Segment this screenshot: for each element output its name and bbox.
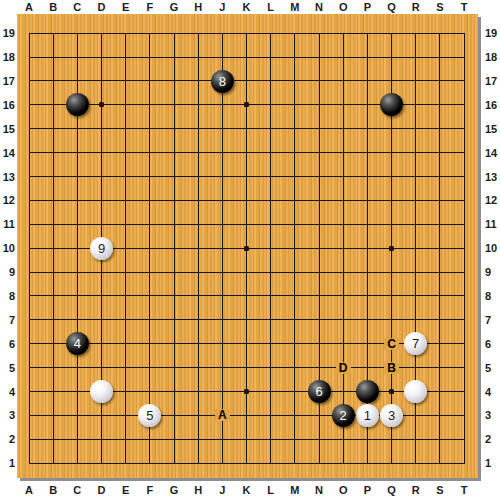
grid-line-vertical [270,33,271,463]
coord-top-O: O [333,1,353,14]
go-board[interactable]: 123456789ABCD [17,14,478,478]
grid-line-horizontal [29,439,465,440]
coord-bottom-T: T [454,484,474,497]
grid-line-horizontal [29,367,465,368]
star-point [244,102,249,107]
coord-bottom-G: G [164,484,184,497]
coord-left-12: 12 [1,194,15,206]
coord-right-17: 17 [485,75,499,87]
coord-left-1: 1 [1,457,15,469]
grid-line-horizontal [29,463,465,464]
board-label-D: D [336,362,351,374]
star-point [389,389,394,394]
stone-black-P4 [356,380,379,403]
coord-left-2: 2 [1,433,15,445]
coord-top-B: B [43,1,63,14]
coord-top-H: H [188,1,208,14]
coord-bottom-P: P [357,484,377,497]
grid-line-vertical [464,33,465,463]
coord-left-17: 17 [1,75,15,87]
coord-left-3: 3 [1,409,15,421]
coord-right-9: 9 [485,266,499,278]
coord-bottom-B: B [43,484,63,497]
coord-top-E: E [116,1,136,14]
coord-left-5: 5 [1,362,15,374]
coord-left-13: 13 [1,171,15,183]
coord-left-6: 6 [1,338,15,350]
coord-right-4: 4 [485,386,499,398]
coord-top-Q: Q [382,1,402,14]
coord-left-11: 11 [1,218,15,230]
coord-bottom-Q: Q [382,484,402,497]
stone-white-P3: 1 [356,404,379,427]
coord-top-J: J [212,1,232,14]
coord-top-M: M [285,1,305,14]
coord-bottom-M: M [285,484,305,497]
star-point [244,389,249,394]
coord-top-T: T [454,1,474,14]
coord-left-10: 10 [1,242,15,254]
stone-white-F3: 5 [138,404,161,427]
coord-right-11: 11 [485,218,499,230]
coord-bottom-C: C [67,484,87,497]
stone-black-J17: 8 [211,70,234,93]
coord-right-3: 3 [485,409,499,421]
coord-right-1: 1 [485,457,499,469]
coord-top-G: G [164,1,184,14]
coord-left-4: 4 [1,386,15,398]
coord-left-16: 16 [1,99,15,111]
coord-bottom-A: A [19,484,39,497]
coord-left-18: 18 [1,51,15,63]
coord-top-C: C [67,1,87,14]
coord-top-S: S [430,1,450,14]
coord-right-6: 6 [485,338,499,350]
coord-right-16: 16 [485,99,499,111]
coord-left-15: 15 [1,123,15,135]
stone-white-D10: 9 [90,237,113,260]
grid-line-vertical [294,33,295,463]
coord-bottom-F: F [140,484,160,497]
coord-top-A: A [19,1,39,14]
coord-right-7: 7 [485,314,499,326]
coord-bottom-J: J [212,484,232,497]
coord-top-D: D [92,1,112,14]
coord-right-13: 13 [485,171,499,183]
coord-left-14: 14 [1,147,15,159]
coord-right-15: 15 [485,123,499,135]
grid-line-horizontal [29,319,465,320]
coord-top-N: N [309,1,329,14]
coord-bottom-S: S [430,484,450,497]
coord-bottom-E: E [116,484,136,497]
coord-right-18: 18 [485,51,499,63]
coord-top-L: L [261,1,281,14]
coord-right-12: 12 [485,194,499,206]
coord-top-F: F [140,1,160,14]
coord-bottom-R: R [406,484,426,497]
stone-black-O3: 2 [332,404,355,427]
grid-line-vertical [439,33,440,463]
coord-left-7: 7 [1,314,15,326]
grid-line-vertical [343,33,344,463]
coord-right-2: 2 [485,433,499,445]
stone-white-R6: 7 [404,332,427,355]
board-label-C: C [384,338,399,350]
coord-right-5: 5 [485,362,499,374]
coord-bottom-N: N [309,484,329,497]
stone-white-D4 [90,380,113,403]
coord-left-8: 8 [1,290,15,302]
coord-bottom-H: H [188,484,208,497]
coord-right-14: 14 [485,147,499,159]
coord-left-19: 19 [1,27,15,39]
grid-line-horizontal [29,343,465,344]
board-label-A: A [215,409,230,421]
board-label-B: B [384,362,399,374]
grid-line-horizontal [29,272,465,273]
stone-white-Q3: 3 [380,404,403,427]
coord-bottom-O: O [333,484,353,497]
star-point [389,246,394,251]
star-point [99,102,104,107]
go-diagram-screen: 123456789ABCD AABBCCDDEEFFGGHHJJKKLLMMNN… [0,0,500,500]
coord-bottom-D: D [92,484,112,497]
coord-right-8: 8 [485,290,499,302]
coord-top-R: R [406,1,426,14]
stone-white-R4 [404,380,427,403]
stone-black-N4: 6 [308,380,331,403]
coord-bottom-K: K [237,484,257,497]
stone-black-Q16 [380,93,403,116]
coord-right-10: 10 [485,242,499,254]
grid-line-horizontal [29,295,465,296]
coord-left-9: 9 [1,266,15,278]
stone-black-C16 [66,93,89,116]
star-point [244,246,249,251]
coord-top-K: K [237,1,257,14]
coord-top-P: P [357,1,377,14]
coord-bottom-L: L [261,484,281,497]
coord-right-19: 19 [485,27,499,39]
stone-black-C6: 4 [66,332,89,355]
